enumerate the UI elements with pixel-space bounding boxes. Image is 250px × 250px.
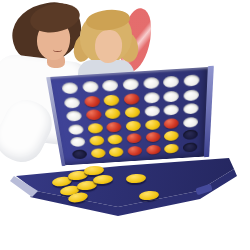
photo-scene: [0, 0, 250, 250]
loose-yellow-disc[interactable]: [126, 173, 147, 183]
loose-yellow-disc[interactable]: [139, 190, 160, 201]
loose-yellow-disc[interactable]: [93, 174, 114, 185]
loose-discs-layer: [0, 0, 250, 250]
